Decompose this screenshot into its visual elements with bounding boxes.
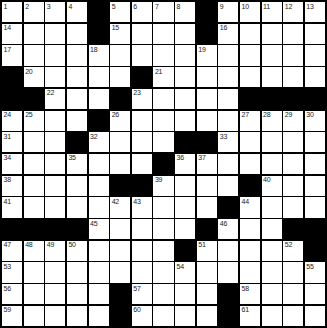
cell-r4c10[interactable] [218,89,238,109]
black-square [2,219,22,239]
cell-r14c8[interactable] [175,306,195,326]
cell-r5c7[interactable] [153,111,173,131]
cell-r0c3[interactable]: 4 [67,2,87,22]
cell-r7c3[interactable]: 35 [67,154,87,174]
cell-r6c1[interactable] [24,132,44,152]
cell-r8c1[interactable] [24,176,44,196]
clue-number-3: 3 [47,3,51,11]
clue-number-25: 25 [25,111,32,119]
black-square [110,306,130,326]
clue-number-19: 19 [198,46,205,54]
cell-r11c7[interactable] [153,241,173,261]
cell-r8c13[interactable] [283,176,303,196]
cell-r10c11[interactable] [240,219,260,239]
cell-r0c13[interactable]: 12 [283,2,303,22]
cell-r2c7[interactable] [153,45,173,65]
black-square [89,24,109,44]
cell-r4c3[interactable] [67,89,87,109]
cell-r1c7[interactable] [153,24,173,44]
cell-r8c9[interactable] [197,176,217,196]
cell-r12c8[interactable]: 54 [175,262,195,282]
black-square [305,219,325,239]
cell-r9c1[interactable] [24,197,44,217]
cell-r10c6[interactable] [132,219,152,239]
cell-r1c6[interactable] [132,24,152,44]
clue-number-7: 7 [155,3,159,11]
clue-number-52: 52 [285,241,292,249]
cell-r12c7[interactable] [153,262,173,282]
cell-r7c1[interactable] [24,154,44,174]
black-square [305,241,325,261]
cell-r1c8[interactable] [175,24,195,44]
cell-r1c2[interactable] [45,24,65,44]
clue-number-31: 31 [4,133,11,141]
cell-r10c4[interactable]: 45 [89,219,109,239]
clue-number-60: 60 [133,306,140,314]
clue-number-23: 23 [133,89,140,97]
cell-r1c3[interactable] [67,24,87,44]
cell-r14c12[interactable] [262,306,282,326]
cell-r8c0[interactable]: 38 [2,176,22,196]
cell-r9c0[interactable]: 41 [2,197,22,217]
black-square [110,284,130,304]
clue-number-30: 30 [306,111,313,119]
cell-r1c14[interactable] [305,24,325,44]
cell-r14c9[interactable] [197,306,217,326]
cell-r6c11[interactable] [240,132,260,152]
cell-r13c7[interactable] [153,284,173,304]
cell-r0c0[interactable]: 1 [2,2,22,22]
cell-r6c13[interactable] [283,132,303,152]
cell-r1c0[interactable]: 14 [2,24,22,44]
cell-r9c13[interactable] [283,197,303,217]
cell-r14c11[interactable]: 61 [240,306,260,326]
clue-number-29: 29 [285,111,292,119]
cell-r7c4[interactable] [89,154,109,174]
clue-number-22: 22 [47,89,54,97]
cell-r3c13[interactable] [283,67,303,87]
cell-r11c10[interactable] [218,241,238,261]
black-square [110,89,130,109]
black-square [240,89,260,109]
cell-r7c8[interactable]: 36 [175,154,195,174]
cell-r5c10[interactable] [218,111,238,131]
cell-r0c8[interactable]: 8 [175,2,195,22]
clue-number-51: 51 [198,241,205,249]
cell-r0c14[interactable]: 13 [305,2,325,22]
cell-r0c12[interactable]: 11 [262,2,282,22]
cell-r10c5[interactable] [110,219,130,239]
cell-r2c4[interactable]: 18 [89,45,109,65]
clue-number-45: 45 [90,220,97,228]
cell-r3c3[interactable] [67,67,87,87]
cell-r0c7[interactable]: 7 [153,2,173,22]
cell-r7c10[interactable] [218,154,238,174]
cell-r3c5[interactable] [110,67,130,87]
cell-r9c8[interactable] [175,197,195,217]
black-square [89,111,109,131]
clue-number-42: 42 [112,198,119,206]
clue-number-11: 11 [263,3,270,11]
cell-r11c11[interactable] [240,241,260,261]
cell-r0c5[interactable]: 5 [110,2,130,22]
cell-r4c8[interactable] [175,89,195,109]
clue-number-37: 37 [198,154,205,162]
cell-r1c10[interactable]: 16 [218,24,238,44]
cell-r10c12[interactable] [262,219,282,239]
cell-r9c5[interactable]: 42 [110,197,130,217]
cell-r8c10[interactable] [218,176,238,196]
cell-r5c9[interactable] [197,111,217,131]
cell-r6c14[interactable] [305,132,325,152]
cell-r5c12[interactable]: 28 [262,111,282,131]
clue-number-6: 6 [133,3,137,11]
cell-r5c5[interactable]: 26 [110,111,130,131]
cell-r9c11[interactable]: 44 [240,197,260,217]
clue-number-33: 33 [220,133,227,141]
black-square [175,241,195,261]
cell-r12c9[interactable] [197,262,217,282]
cell-r12c5[interactable] [110,262,130,282]
cell-r8c3[interactable] [67,176,87,196]
cell-r5c13[interactable]: 29 [283,111,303,131]
clue-number-56: 56 [4,285,11,293]
black-square [197,132,217,152]
cell-r4c9[interactable] [197,89,217,109]
clue-number-58: 58 [241,285,248,293]
clue-number-57: 57 [133,285,140,293]
cell-r6c2[interactable] [45,132,65,152]
black-square [197,219,217,239]
black-square [262,89,282,109]
cell-r13c12[interactable] [262,284,282,304]
cell-r11c0[interactable]: 47 [2,241,22,261]
clue-number-12: 12 [285,3,292,11]
cell-r14c2[interactable] [45,306,65,326]
cell-r12c12[interactable] [262,262,282,282]
cell-r13c9[interactable] [197,284,217,304]
clue-number-4: 4 [68,3,72,11]
cell-r11c4[interactable] [89,241,109,261]
black-square [67,219,87,239]
cell-r2c8[interactable] [175,45,195,65]
clue-number-44: 44 [241,198,248,206]
cell-r4c6[interactable]: 23 [132,89,152,109]
black-square [197,2,217,22]
cell-r2c12[interactable] [262,45,282,65]
cell-r12c11[interactable] [240,262,260,282]
black-square [218,306,238,326]
cell-r4c2[interactable]: 22 [45,89,65,109]
clue-number-14: 14 [4,24,11,32]
cell-r1c1[interactable] [24,24,44,44]
cell-r2c1[interactable] [24,45,44,65]
clue-number-35: 35 [68,154,75,162]
cell-r3c9[interactable] [197,67,217,87]
cell-r9c9[interactable] [197,197,217,217]
cell-r8c12[interactable]: 40 [262,176,282,196]
cell-r2c6[interactable] [132,45,152,65]
black-square [45,219,65,239]
clue-number-18: 18 [90,46,97,54]
cell-r7c5[interactable] [110,154,130,174]
cell-r11c5[interactable] [110,241,130,261]
cell-r3c7[interactable]: 21 [153,67,173,87]
black-square [197,24,217,44]
cell-r9c6[interactable]: 43 [132,197,152,217]
cell-r11c13[interactable]: 52 [283,241,303,261]
cell-r11c2[interactable]: 49 [45,241,65,261]
cell-r0c1[interactable]: 2 [24,2,44,22]
cell-r13c2[interactable] [45,284,65,304]
cell-r10c8[interactable] [175,219,195,239]
cell-r3c4[interactable] [89,67,109,87]
clue-number-2: 2 [25,3,29,11]
cell-r3c8[interactable] [175,67,195,87]
cell-r4c7[interactable] [153,89,173,109]
clue-number-13: 13 [306,3,313,11]
clue-number-48: 48 [25,241,32,249]
cell-r14c14[interactable] [305,306,325,326]
cell-r0c2[interactable]: 3 [45,2,65,22]
clue-number-27: 27 [241,111,248,119]
cell-r6c4[interactable]: 32 [89,132,109,152]
clue-number-10: 10 [241,3,248,11]
clue-number-16: 16 [220,24,227,32]
cell-r13c6[interactable]: 57 [132,284,152,304]
cell-r14c7[interactable] [153,306,173,326]
cell-r7c0[interactable]: 34 [2,154,22,174]
clue-number-8: 8 [177,3,181,11]
cell-r2c2[interactable] [45,45,65,65]
black-square [24,89,44,109]
clue-number-39: 39 [155,176,162,184]
black-square [2,67,22,87]
cell-r2c10[interactable] [218,45,238,65]
cell-r13c3[interactable] [67,284,87,304]
cell-r7c6[interactable] [132,154,152,174]
cell-r8c4[interactable] [89,176,109,196]
cell-r2c14[interactable] [305,45,325,65]
cell-r3c1[interactable]: 20 [24,67,44,87]
cell-r1c5[interactable]: 15 [110,24,130,44]
cell-r12c13[interactable] [283,262,303,282]
cell-r5c3[interactable] [67,111,87,131]
cell-r3c10[interactable] [218,67,238,87]
black-square [110,176,130,196]
cell-r5c1[interactable]: 25 [24,111,44,131]
black-square [218,197,238,217]
cell-r12c10[interactable] [218,262,238,282]
cell-r2c11[interactable] [240,45,260,65]
black-square [132,67,152,87]
clue-number-47: 47 [4,241,11,249]
black-square [283,89,303,109]
cell-r5c6[interactable] [132,111,152,131]
cell-r9c3[interactable] [67,197,87,217]
cell-r7c13[interactable] [283,154,303,174]
black-square [283,219,303,239]
cell-r0c10[interactable]: 9 [218,2,238,22]
cell-r8c2[interactable] [45,176,65,196]
cell-r9c2[interactable] [45,197,65,217]
cell-r6c6[interactable] [132,132,152,152]
clue-number-46: 46 [220,220,227,228]
cell-r0c11[interactable]: 10 [240,2,260,22]
cell-r2c9[interactable]: 19 [197,45,217,65]
cell-r13c1[interactable] [24,284,44,304]
black-square [218,284,238,304]
cell-r3c11[interactable] [240,67,260,87]
black-square [175,132,195,152]
cell-r0c6[interactable]: 6 [132,2,152,22]
cell-r13c14[interactable] [305,284,325,304]
cell-r11c1[interactable]: 48 [24,241,44,261]
cell-r8c8[interactable] [175,176,195,196]
clue-number-40: 40 [263,176,270,184]
cell-r12c3[interactable] [67,262,87,282]
clue-number-20: 20 [25,68,32,76]
cell-r13c13[interactable] [283,284,303,304]
cell-r9c12[interactable] [262,197,282,217]
clue-number-50: 50 [68,241,75,249]
cell-r6c7[interactable] [153,132,173,152]
cell-r12c1[interactable] [24,262,44,282]
clue-number-61: 61 [241,306,248,314]
cell-r5c2[interactable] [45,111,65,131]
cell-r7c12[interactable] [262,154,282,174]
cell-r12c6[interactable] [132,262,152,282]
cell-r6c0[interactable]: 31 [2,132,22,152]
cell-r10c10[interactable]: 46 [218,219,238,239]
cell-r9c7[interactable] [153,197,173,217]
clue-number-49: 49 [47,241,54,249]
cell-r9c4[interactable] [89,197,109,217]
black-square [24,219,44,239]
clue-number-41: 41 [4,198,11,206]
black-square [153,154,173,174]
cell-r12c4[interactable] [89,262,109,282]
cell-r5c14[interactable]: 30 [305,111,325,131]
clue-number-5: 5 [112,3,116,11]
cell-r14c4[interactable] [89,306,109,326]
clue-number-34: 34 [4,154,11,162]
cell-r2c5[interactable] [110,45,130,65]
cell-r11c12[interactable] [262,241,282,261]
crossword-grid: 1234567891011121314151617181920212223242… [0,0,327,328]
cell-r13c11[interactable]: 58 [240,284,260,304]
cell-r2c0[interactable]: 17 [2,45,22,65]
cell-r14c1[interactable] [24,306,44,326]
cell-r5c8[interactable] [175,111,195,131]
cell-r11c9[interactable]: 51 [197,241,217,261]
cell-r3c14[interactable] [305,67,325,87]
cell-r14c6[interactable]: 60 [132,306,152,326]
black-square [89,2,109,22]
cell-r2c13[interactable] [283,45,303,65]
clue-number-53: 53 [4,263,11,271]
cell-r7c11[interactable] [240,154,260,174]
clue-number-43: 43 [133,198,140,206]
cell-r7c14[interactable] [305,154,325,174]
cell-r3c2[interactable] [45,67,65,87]
cell-r13c8[interactable] [175,284,195,304]
cell-r14c0[interactable]: 59 [2,306,22,326]
clue-number-54: 54 [177,263,184,271]
clue-number-17: 17 [4,46,11,54]
black-square [67,132,87,152]
cell-r11c3[interactable]: 50 [67,241,87,261]
clue-number-9: 9 [220,3,224,11]
cell-r12c14[interactable]: 55 [305,262,325,282]
cell-r7c2[interactable] [45,154,65,174]
clue-number-1: 1 [4,3,8,11]
black-square [2,89,22,109]
cell-r5c11[interactable]: 27 [240,111,260,131]
cell-r7c9[interactable]: 37 [197,154,217,174]
cell-r14c3[interactable] [67,306,87,326]
clue-number-28: 28 [263,111,270,119]
clue-number-36: 36 [177,154,184,162]
cell-r6c10[interactable]: 33 [218,132,238,152]
cell-r1c12[interactable] [262,24,282,44]
black-square [132,176,152,196]
cell-r6c5[interactable] [110,132,130,152]
cell-r5c0[interactable]: 24 [2,111,22,131]
clue-number-32: 32 [90,133,97,141]
clue-number-24: 24 [4,111,11,119]
black-square [305,89,325,109]
cell-r8c7[interactable]: 39 [153,176,173,196]
clue-number-38: 38 [4,176,11,184]
cell-r1c11[interactable] [240,24,260,44]
cell-r3c12[interactable] [262,67,282,87]
cell-r12c2[interactable] [45,262,65,282]
cell-r4c4[interactable] [89,89,109,109]
clue-number-21: 21 [155,68,162,76]
cell-r13c0[interactable]: 56 [2,284,22,304]
cell-r11c6[interactable] [132,241,152,261]
black-square [240,176,260,196]
cell-r10c7[interactable] [153,219,173,239]
cell-r9c14[interactable] [305,197,325,217]
cell-r2c3[interactable] [67,45,87,65]
cell-r8c14[interactable] [305,176,325,196]
clue-number-59: 59 [4,306,11,314]
clue-number-15: 15 [112,24,119,32]
cell-r12c0[interactable]: 53 [2,262,22,282]
cell-r6c12[interactable] [262,132,282,152]
cell-r13c4[interactable] [89,284,109,304]
cell-r1c13[interactable] [283,24,303,44]
clue-number-55: 55 [306,263,313,271]
clue-number-26: 26 [112,111,119,119]
cell-r14c13[interactable] [283,306,303,326]
